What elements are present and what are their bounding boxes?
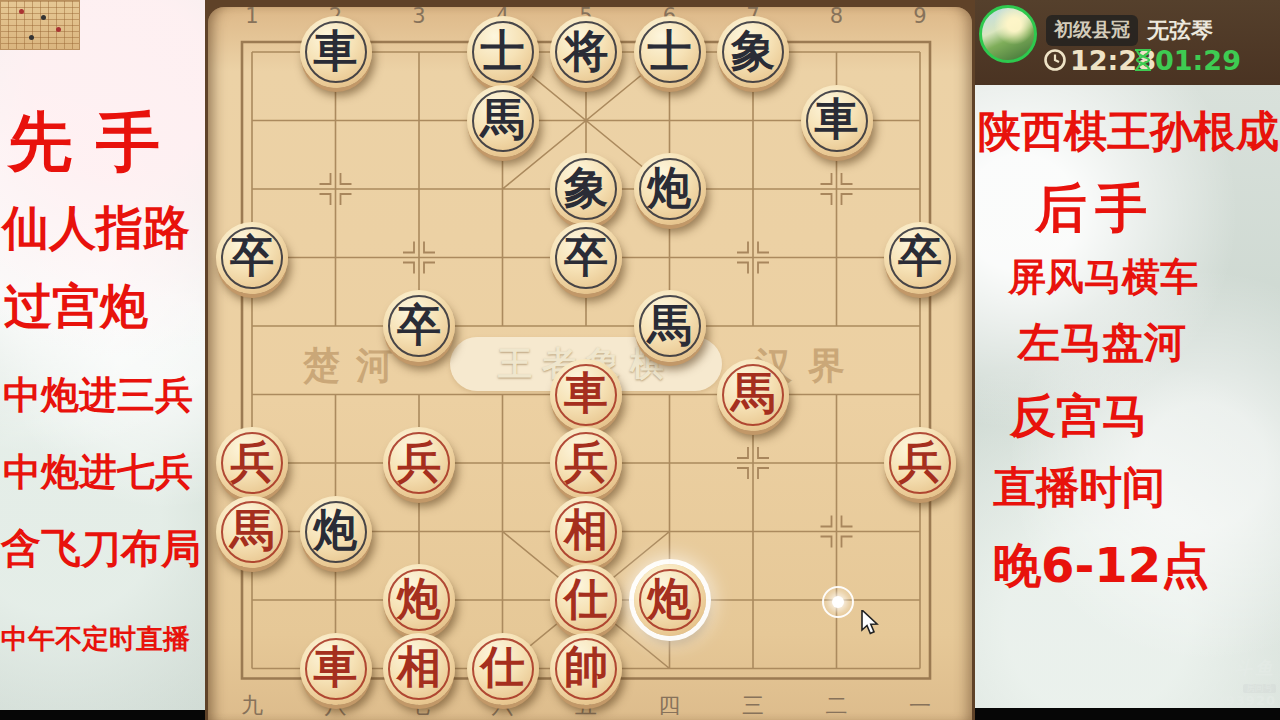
piece-glyph: 卒 [397, 296, 441, 355]
piece-glyph: 馬 [731, 364, 775, 423]
overlay-text-defense2: 左马盘河 [1018, 320, 1186, 365]
piece-兵-red[interactable]: 兵 [216, 427, 288, 499]
stream-frame: 先手 仙人指路 过宫炮 中炮进三兵 中炮进七兵 含飞刀布局 中午不定时直播 12… [0, 0, 1280, 720]
mini-board-thumbnail [0, 0, 80, 50]
piece-glyph: 卒 [564, 227, 608, 286]
letterbox-strip-left [0, 710, 205, 720]
overlay-text-opening5: 含飞刀布局 [1, 527, 201, 570]
piece-仕-red[interactable]: 仕 [550, 564, 622, 636]
piece-glyph: 炮 [397, 570, 441, 629]
right-overlay-panel: 陕西棋王孙根成 后手 屏风马横车 左马盘河 反宫马 直播时间 晚6-12点 斗鱼… [975, 85, 1280, 720]
piece-glyph: 車 [815, 90, 859, 149]
overlay-text-opening4: 中炮进七兵 [3, 452, 193, 493]
piece-卒-black[interactable]: 卒 [884, 222, 956, 294]
overlay-text-live-time-label: 直播时间 [993, 464, 1165, 510]
piece-glyph: 車 [564, 364, 608, 423]
piece-glyph: 士 [481, 22, 525, 81]
mouse-cursor [861, 610, 883, 636]
piece-glyph: 炮 [648, 159, 692, 218]
overlay-text-schedule-note: 中午不定时直播 [1, 624, 190, 653]
piece-glyph: 馬 [481, 90, 525, 149]
piece-glyph: 相 [564, 501, 608, 560]
move-timer: 01:29 [1155, 45, 1241, 76]
piece-兵-red[interactable]: 兵 [550, 427, 622, 499]
piece-炮-black[interactable]: 炮 [300, 496, 372, 568]
rank-badge: 初级县冠 [1046, 15, 1138, 46]
piece-車-black[interactable]: 車 [801, 85, 873, 157]
room-number-label: 房间号 [1243, 684, 1276, 693]
piece-車-black[interactable]: 車 [300, 16, 372, 88]
piece-glyph: 炮 [314, 501, 358, 560]
hourglass-icon [1133, 48, 1153, 72]
piece-glyph: 仕 [481, 638, 525, 697]
piece-卒-black[interactable]: 卒 [383, 290, 455, 362]
overlay-text-defense3: 反宫马 [1010, 392, 1148, 442]
piece-glyph: 象 [731, 22, 775, 81]
player-info-bar: 初级县冠 无弦琴 12:28 01:29 [975, 0, 1280, 85]
piece-glyph: 卒 [230, 227, 274, 286]
room-number: 2293920 [1206, 694, 1276, 708]
piece-glyph: 車 [314, 638, 358, 697]
piece-仕-red[interactable]: 仕 [467, 633, 539, 705]
piece-車-red[interactable]: 車 [300, 633, 372, 705]
piece-馬-red[interactable]: 馬 [717, 359, 789, 431]
piece-glyph: 士 [648, 22, 692, 81]
overlay-text-defense1: 屏风马横车 [1008, 257, 1198, 298]
piece-帥-red[interactable]: 帥 [550, 633, 622, 705]
piece-glyph: 相 [397, 638, 441, 697]
piece-glyph: 卒 [898, 227, 942, 286]
overlay-text-xianshou: 先手 [8, 108, 184, 177]
piece-士-black[interactable]: 士 [467, 16, 539, 88]
letterbox-strip-right [975, 708, 1280, 720]
douyu-logo: 斗鱼 [1206, 659, 1276, 678]
piece-象-black[interactable]: 象 [717, 16, 789, 88]
piece-glyph: 馬 [648, 296, 692, 355]
piece-glyph: 兵 [230, 433, 274, 492]
player-avatar [979, 5, 1037, 63]
clock-icon [1043, 48, 1067, 72]
douyu-watermark: 斗鱼 房间号 2293920 [1206, 659, 1276, 708]
piece-卒-black[interactable]: 卒 [550, 222, 622, 294]
overlay-text-opening1: 仙人指路 [2, 203, 190, 254]
piece-glyph: 兵 [898, 433, 942, 492]
piece-卒-black[interactable]: 卒 [216, 222, 288, 294]
overlay-text-opponent: 陕西棋王孙根成 [978, 108, 1279, 154]
xiangqi-board: 123456789 九八七六五四三二一 楚河 汉界 王者象棋 車士将士象馬車象炮… [205, 0, 975, 720]
piece-炮-red[interactable]: 炮 [383, 564, 455, 636]
last-move-marker[interactable] [822, 586, 854, 618]
piece-炮-black[interactable]: 炮 [634, 153, 706, 225]
piece-相-red[interactable]: 相 [383, 633, 455, 705]
piece-車-red[interactable]: 車 [550, 359, 622, 431]
piece-glyph: 将 [564, 22, 608, 81]
overlay-text-houshou: 后手 [1035, 180, 1155, 236]
piece-馬-black[interactable]: 馬 [634, 290, 706, 362]
piece-相-red[interactable]: 相 [550, 496, 622, 568]
player-name: 无弦琴 [1147, 16, 1213, 46]
piece-glyph: 炮 [648, 570, 692, 629]
left-overlay-panel: 先手 仙人指路 过宫炮 中炮进三兵 中炮进七兵 含飞刀布局 中午不定时直播 [0, 0, 205, 720]
piece-馬-black[interactable]: 馬 [467, 85, 539, 157]
piece-glyph: 兵 [564, 433, 608, 492]
piece-glyph: 車 [314, 22, 358, 81]
piece-士-black[interactable]: 士 [634, 16, 706, 88]
piece-glyph: 仕 [564, 570, 608, 629]
piece-glyph: 帥 [564, 638, 608, 697]
piece-炮-red[interactable]: 炮 [634, 564, 706, 636]
piece-兵-red[interactable]: 兵 [383, 427, 455, 499]
overlay-text-live-time-value: 晚6-12点 [993, 540, 1209, 592]
piece-glyph: 馬 [230, 501, 274, 560]
overlay-text-opening3: 中炮进三兵 [3, 375, 193, 416]
piece-馬-red[interactable]: 馬 [216, 496, 288, 568]
piece-兵-red[interactable]: 兵 [884, 427, 956, 499]
piece-glyph: 象 [564, 159, 608, 218]
piece-将-black[interactable]: 将 [550, 16, 622, 88]
overlay-text-opening2: 过宫炮 [4, 281, 148, 333]
piece-glyph: 兵 [397, 433, 441, 492]
piece-象-black[interactable]: 象 [550, 153, 622, 225]
